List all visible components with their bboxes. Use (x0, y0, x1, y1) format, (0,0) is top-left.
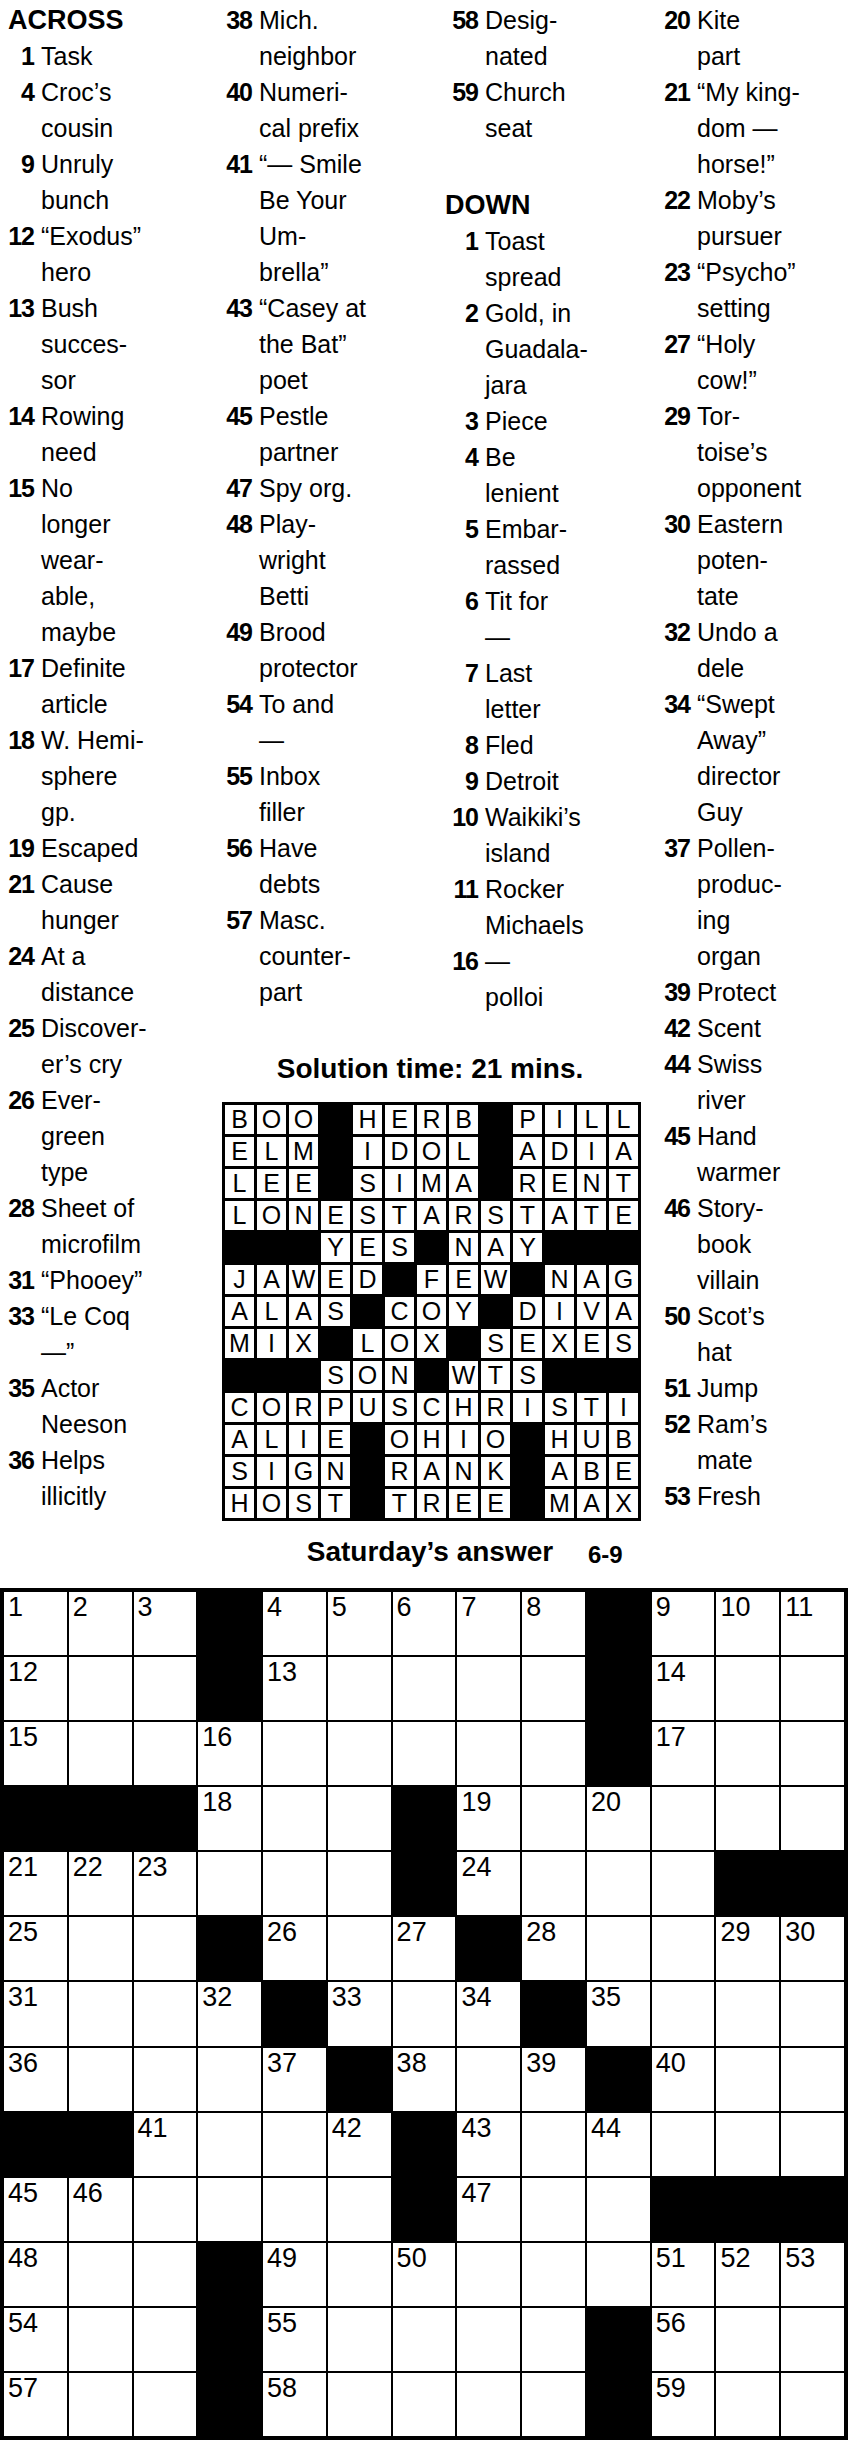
clue-9: 9Detroit (444, 763, 654, 799)
puzzle-cell[interactable] (263, 2178, 326, 2241)
clue-29: 29Tor- toise’s opponent (656, 398, 848, 506)
puzzle-cell[interactable] (716, 2308, 779, 2371)
puzzle-cell[interactable] (587, 1852, 650, 1915)
puzzle-cell[interactable] (198, 2113, 261, 2176)
solution-letter-cell: N (449, 1233, 478, 1262)
solution-letter-cell: S (225, 1457, 254, 1486)
puzzle-cell[interactable]: 44 (587, 2113, 650, 2176)
solution-letter-cell: L (257, 1297, 286, 1326)
puzzle-cell[interactable] (69, 1722, 132, 1785)
puzzle-cell[interactable]: 48 (4, 2243, 67, 2306)
puzzle-cell[interactable] (522, 1722, 585, 1785)
puzzle-cell[interactable] (716, 1982, 779, 2045)
clue-text: Sheet of microfilm (41, 1190, 141, 1262)
puzzle-cell[interactable] (652, 1982, 715, 2045)
clue-45: 45Hand warmer (656, 1118, 848, 1190)
cell-number: 7 (461, 1593, 476, 1622)
clue-text: Swiss river (697, 1046, 762, 1118)
clue-number: 26 (0, 1082, 41, 1190)
cell-number: 34 (461, 1983, 491, 2012)
clue-text: Pestle partner (259, 398, 338, 470)
puzzle-cell[interactable] (328, 1657, 391, 1720)
puzzle-cell[interactable] (198, 2178, 261, 2241)
solution-letter-cell: O (385, 1329, 414, 1358)
solution-black-cell (577, 1233, 606, 1262)
cell-number: 45 (8, 2179, 38, 2208)
clue-number: 36 (0, 1442, 41, 1514)
solution-letter-cell: D (545, 1137, 574, 1166)
puzzle-cell[interactable] (781, 2048, 844, 2111)
puzzle-cell[interactable]: 34 (457, 1982, 520, 2045)
puzzle-cell[interactable]: 52 (716, 2243, 779, 2306)
puzzle-cell[interactable]: 42 (328, 2113, 391, 2176)
puzzle-cell[interactable] (781, 1657, 844, 1720)
puzzle-black-cell (522, 1982, 585, 2045)
puzzle-cell[interactable] (134, 1722, 197, 1785)
puzzle-cell[interactable] (328, 1722, 391, 1785)
puzzle-cell[interactable]: 15 (4, 1722, 67, 1785)
puzzle-cell[interactable]: 25 (4, 1917, 67, 1980)
solution-black-cell (481, 1137, 510, 1166)
puzzle-cell[interactable] (522, 2178, 585, 2241)
solution-letter-cell: T (577, 1201, 606, 1230)
solution-letter-cell: O (289, 1105, 318, 1134)
clue-text: Tor- toise’s opponent (697, 398, 801, 506)
puzzle-cell[interactable] (522, 1852, 585, 1915)
puzzle-cell[interactable]: 9 (652, 1592, 715, 1655)
solution-black-cell (289, 1233, 318, 1262)
solution-letter-cell: N (577, 1169, 606, 1198)
puzzle-cell[interactable] (652, 2113, 715, 2176)
puzzle-cell[interactable] (457, 1657, 520, 1720)
puzzle-cell[interactable] (781, 1982, 844, 2045)
solution-letter-cell: X (609, 1489, 638, 1518)
clue-33: 33“Le Coq —” (0, 1298, 216, 1370)
clue-number: 32 (656, 614, 697, 686)
solution-letter-cell: I (545, 1105, 574, 1134)
clue-45: 45Pestle partner (218, 398, 438, 470)
puzzle-cell[interactable]: 20 (587, 1787, 650, 1850)
clue-number: 3 (444, 403, 485, 439)
puzzle-cell[interactable]: 54 (4, 2308, 67, 2371)
cell-number: 24 (461, 1853, 491, 1882)
puzzle-cell[interactable] (263, 2113, 326, 2176)
clue-text: Undo a dele (697, 614, 778, 686)
puzzle-cell[interactable]: 57 (4, 2373, 67, 2436)
puzzle-cell[interactable] (263, 1722, 326, 1785)
puzzle-cell[interactable]: 27 (393, 1917, 456, 1980)
clue-text: “Psycho” setting (697, 254, 796, 326)
puzzle-cell[interactable] (716, 2113, 779, 2176)
puzzle-cell[interactable] (69, 2308, 132, 2371)
puzzle-black-cell (198, 2308, 261, 2371)
solution-letter-cell: T (321, 1489, 350, 1518)
solution-letter-cell: L (225, 1201, 254, 1230)
puzzle-cell[interactable]: 23 (134, 1852, 197, 1915)
clue-number: 9 (0, 146, 41, 218)
puzzle-cell[interactable]: 11 (781, 1592, 844, 1655)
clue-number: 9 (444, 763, 485, 799)
clue-text: Tit for — (485, 583, 548, 655)
solution-letter-cell: E (481, 1489, 510, 1518)
puzzle-cell[interactable]: 12 (4, 1657, 67, 1720)
solution-black-cell (353, 1457, 382, 1486)
puzzle-cell[interactable] (198, 1852, 261, 1915)
puzzle-cell[interactable] (457, 2373, 520, 2436)
puzzle-cell[interactable] (781, 2373, 844, 2436)
clue-text: Piece (485, 403, 548, 439)
solution-letter-cell: O (353, 1361, 382, 1390)
clue-text: Scent (697, 1010, 761, 1046)
solution-letter-cell: I (257, 1457, 286, 1486)
puzzle-cell[interactable]: 10 (716, 1592, 779, 1655)
puzzle-cell[interactable]: 58 (263, 2373, 326, 2436)
puzzle-cell[interactable] (134, 1982, 197, 2045)
clue-number: 8 (444, 727, 485, 763)
puzzle-cell[interactable] (393, 1982, 456, 2045)
puzzle-cell[interactable]: 17 (652, 1722, 715, 1785)
solution-letter-cell: R (417, 1105, 446, 1134)
cell-number: 49 (267, 2244, 297, 2273)
puzzle-cell[interactable] (328, 2373, 391, 2436)
clue-59: 59Church seat (444, 74, 654, 146)
solution-letter-cell: H (225, 1489, 254, 1518)
clue-number: 4 (0, 74, 41, 146)
puzzle-cell[interactable] (716, 1787, 779, 1850)
puzzle-cell[interactable]: 26 (263, 1917, 326, 1980)
puzzle-cell[interactable]: 4 (263, 1592, 326, 1655)
clue-19: 19Escaped (0, 830, 216, 866)
clue-46: 46Story- book villain (656, 1190, 848, 1298)
clue-number: 13 (0, 290, 41, 398)
puzzle-cell[interactable] (69, 2048, 132, 2111)
puzzle-cell[interactable] (716, 1657, 779, 1720)
clue-number: 18 (0, 722, 41, 830)
solution-black-cell (321, 1105, 350, 1134)
solution-letter-cell: A (225, 1297, 254, 1326)
solution-black-cell (513, 1489, 542, 1518)
clue-37: 37Pollen- produc- ing organ (656, 830, 848, 974)
solution-letter-cell: I (353, 1137, 382, 1166)
puzzle-cell[interactable] (587, 2178, 650, 2241)
puzzle-cell[interactable] (263, 1852, 326, 1915)
clue-text: Cause hunger (41, 866, 119, 938)
puzzle-cell[interactable] (328, 2243, 391, 2306)
solution-black-cell (513, 1457, 542, 1486)
puzzle-cell[interactable]: 41 (134, 2113, 197, 2176)
puzzle-cell[interactable] (522, 1787, 585, 1850)
puzzle-cell[interactable] (522, 2113, 585, 2176)
clue-text: Rocker Michaels (485, 871, 584, 943)
solution-letter-cell: S (353, 1201, 382, 1230)
puzzle-cell[interactable]: 3 (134, 1592, 197, 1655)
clue-text: Last letter (485, 655, 541, 727)
solution-letter-cell: O (481, 1425, 510, 1454)
puzzle-cell[interactable] (134, 1657, 197, 1720)
solution-letter-cell: W (449, 1361, 478, 1390)
puzzle-cell[interactable]: 36 (4, 2048, 67, 2111)
solution-letter-cell: H (353, 1105, 382, 1134)
solution-letter-cell: S (385, 1393, 414, 1422)
puzzle-cell[interactable] (134, 2048, 197, 2111)
solution-black-cell (609, 1361, 638, 1390)
cell-number: 20 (591, 1788, 621, 1817)
clue-text: Rowing need (41, 398, 124, 470)
puzzle-cell[interactable]: 5 (328, 1592, 391, 1655)
cell-number: 50 (397, 2244, 427, 2273)
clue-21: 21Cause hunger (0, 866, 216, 938)
solution-letter-cell: A (289, 1297, 318, 1326)
cell-number: 9 (656, 1593, 671, 1622)
puzzle-cell[interactable] (457, 1722, 520, 1785)
puzzle-cell[interactable]: 38 (393, 2048, 456, 2111)
puzzle-black-cell (69, 2113, 132, 2176)
cell-number: 25 (8, 1918, 38, 1947)
puzzle-cell[interactable]: 18 (198, 1787, 261, 1850)
clue-text: Escaped (41, 830, 138, 866)
puzzle-cell[interactable]: 30 (781, 1917, 844, 1980)
clue-text: Definite article (41, 650, 126, 722)
puzzle-cell[interactable] (134, 2243, 197, 2306)
puzzle-cell[interactable]: 22 (69, 1852, 132, 1915)
puzzle-cell[interactable] (69, 1982, 132, 2045)
puzzle-cell[interactable] (69, 2243, 132, 2306)
solution-black-cell (321, 1137, 350, 1166)
puzzle-black-cell (587, 2373, 650, 2436)
clue-number: 21 (0, 866, 41, 938)
puzzle-cell[interactable] (134, 1917, 197, 1980)
puzzle-cell[interactable] (393, 2308, 456, 2371)
puzzle-cell[interactable]: 43 (457, 2113, 520, 2176)
cell-number: 53 (785, 2244, 815, 2273)
puzzle-cell[interactable]: 16 (198, 1722, 261, 1785)
puzzle-cell[interactable] (457, 2243, 520, 2306)
cell-number: 52 (720, 2244, 750, 2273)
clue-number: 54 (218, 686, 259, 758)
puzzle-cell[interactable] (522, 2373, 585, 2436)
puzzle-cell[interactable] (522, 2308, 585, 2371)
puzzle-cell[interactable] (652, 1917, 715, 1980)
cell-number: 18 (202, 1788, 232, 1817)
clue-text: Eastern poten- tate (697, 506, 783, 614)
puzzle-cell[interactable] (652, 1852, 715, 1915)
clue-column-across-2: 38Mich. neighbor40Numeri- cal prefix41“—… (218, 2, 438, 1010)
puzzle-cell[interactable] (716, 2373, 779, 2436)
puzzle-cell[interactable] (522, 1657, 585, 1720)
cell-number: 26 (267, 1918, 297, 1947)
puzzle-cell[interactable]: 13 (263, 1657, 326, 1720)
solution-letter-cell: N (321, 1457, 350, 1486)
clue-text: Moby’s pursuer (697, 182, 782, 254)
puzzle-cell[interactable] (134, 2308, 197, 2371)
puzzle-cell[interactable] (328, 2308, 391, 2371)
down-header: DOWN (444, 187, 654, 223)
solution-letter-cell: M (289, 1137, 318, 1166)
puzzle-cell[interactable] (328, 1787, 391, 1850)
cell-number: 56 (656, 2309, 686, 2338)
puzzle-cell[interactable] (457, 2308, 520, 2371)
clue-49: 49Brood protector (218, 614, 438, 686)
puzzle-cell[interactable]: 56 (652, 2308, 715, 2371)
puzzle-cell[interactable]: 32 (198, 1982, 261, 2045)
clue-column-down-2: 20Kite part21“My king- dom — horse!”22Mo… (656, 2, 848, 1514)
cell-number: 12 (8, 1658, 38, 1687)
puzzle-cell[interactable]: 47 (457, 2178, 520, 2241)
solution-black-cell (353, 1297, 382, 1326)
puzzle-cell[interactable] (69, 2373, 132, 2436)
puzzle-cell[interactable] (716, 2048, 779, 2111)
solution-letter-cell: A (225, 1425, 254, 1454)
puzzle-cell[interactable]: 8 (522, 1592, 585, 1655)
puzzle-black-cell (69, 1787, 132, 1850)
solution-letter-cell: W (289, 1265, 318, 1294)
puzzle-black-cell (587, 2308, 650, 2371)
puzzle-cell[interactable]: 53 (781, 2243, 844, 2306)
clue-40: 40Numeri- cal prefix (218, 74, 438, 146)
puzzle-cell[interactable] (393, 2373, 456, 2436)
puzzle-cell[interactable]: 35 (587, 1982, 650, 2045)
solution-letter-cell: N (545, 1265, 574, 1294)
crossword-page: ACROSS1Task4Croc’s cousin9Unruly bunch12… (0, 0, 848, 2440)
solution-letter-cell: K (481, 1457, 510, 1486)
puzzle-cell[interactable]: 14 (652, 1657, 715, 1720)
solution-letter-cell: E (257, 1169, 286, 1198)
puzzle-cell[interactable]: 50 (393, 2243, 456, 2306)
puzzle-cell[interactable]: 6 (393, 1592, 456, 1655)
puzzle-cell[interactable]: 51 (652, 2243, 715, 2306)
solution-black-cell (353, 1425, 382, 1454)
cell-number: 28 (526, 1918, 556, 1947)
puzzle-cell[interactable]: 46 (69, 2178, 132, 2241)
puzzle-cell[interactable] (393, 1722, 456, 1785)
solution-letter-cell: H (545, 1425, 574, 1454)
puzzle-cell[interactable] (328, 1917, 391, 1980)
puzzle-cell[interactable] (134, 2178, 197, 2241)
solution-letter-cell: I (385, 1169, 414, 1198)
puzzle-black-cell (198, 2373, 261, 2436)
clue-text: Detroit (485, 763, 559, 799)
cell-number: 42 (332, 2114, 362, 2143)
puzzle-cell[interactable]: 1 (4, 1592, 67, 1655)
clue-text: “Swept Away” director Guy (697, 686, 780, 830)
solution-letter-cell: H (449, 1393, 478, 1422)
puzzle-cell[interactable] (522, 2243, 585, 2306)
cell-number: 54 (8, 2309, 38, 2338)
puzzle-cell[interactable] (393, 1657, 456, 1720)
puzzle-black-cell (587, 2048, 650, 2111)
clue-number: 41 (218, 146, 259, 290)
clue-9: 9Unruly bunch (0, 146, 216, 218)
puzzle-grid: 1234567891011121314151617181920212223242… (0, 1588, 848, 2440)
clue-text: Task (41, 38, 92, 74)
clue-8: 8Fled (444, 727, 654, 763)
puzzle-cell[interactable]: 37 (263, 2048, 326, 2111)
solution-letter-cell: M (225, 1329, 254, 1358)
puzzle-cell[interactable] (587, 2243, 650, 2306)
cell-number: 58 (267, 2374, 297, 2403)
puzzle-cell[interactable] (716, 1722, 779, 1785)
clue-text: Masc. counter- part (259, 902, 351, 1010)
cell-number: 39 (526, 2049, 556, 2078)
puzzle-cell[interactable]: 59 (652, 2373, 715, 2436)
clue-text: Desig- nated (485, 2, 557, 74)
solution-black-cell (257, 1361, 286, 1390)
clue-number: 15 (0, 470, 41, 650)
puzzle-cell[interactable] (134, 2373, 197, 2436)
cell-number: 3 (138, 1593, 153, 1622)
solution-letter-cell: X (417, 1329, 446, 1358)
puzzle-cell[interactable] (457, 2048, 520, 2111)
puzzle-cell[interactable] (198, 2048, 261, 2111)
puzzle-cell[interactable]: 31 (4, 1982, 67, 2045)
clue-50: 50Scot’s hat (656, 1298, 848, 1370)
puzzle-cell[interactable]: 49 (263, 2243, 326, 2306)
puzzle-black-cell (198, 1592, 261, 1655)
puzzle-cell[interactable]: 21 (4, 1852, 67, 1915)
solution-black-cell (513, 1425, 542, 1454)
puzzle-cell[interactable] (69, 1657, 132, 1720)
solution-letter-cell: A (545, 1457, 574, 1486)
puzzle-cell[interactable]: 33 (328, 1982, 391, 2045)
cell-number: 11 (785, 1593, 813, 1622)
puzzle-cell[interactable]: 40 (652, 2048, 715, 2111)
puzzle-cell[interactable] (652, 1787, 715, 1850)
puzzle-cell[interactable]: 39 (522, 2048, 585, 2111)
cell-number: 6 (397, 1593, 412, 1622)
solution-letter-cell: D (513, 1297, 542, 1326)
clue-number: 59 (444, 74, 485, 146)
puzzle-black-cell (198, 1917, 261, 1980)
cell-number: 16 (202, 1723, 232, 1752)
puzzle-cell[interactable] (781, 1722, 844, 1785)
puzzle-cell[interactable]: 19 (457, 1787, 520, 1850)
puzzle-cell[interactable] (263, 1787, 326, 1850)
puzzle-cell[interactable]: 29 (716, 1917, 779, 1980)
puzzle-cell[interactable] (587, 1917, 650, 1980)
cell-number: 47 (461, 2179, 491, 2208)
puzzle-cell[interactable] (781, 2113, 844, 2176)
puzzle-cell[interactable]: 2 (69, 1592, 132, 1655)
clue-7: 7Last letter (444, 655, 654, 727)
clue-57: 57Masc. counter- part (218, 902, 438, 1010)
puzzle-cell[interactable] (69, 1917, 132, 1980)
solution-letter-cell: B (577, 1457, 606, 1486)
puzzle-cell[interactable]: 7 (457, 1592, 520, 1655)
clue-number: 40 (218, 74, 259, 146)
puzzle-cell[interactable]: 55 (263, 2308, 326, 2371)
puzzle-black-cell (4, 2113, 67, 2176)
clue-text: Scot’s hat (697, 1298, 765, 1370)
clue-number: 30 (656, 506, 697, 614)
puzzle-cell[interactable] (781, 2308, 844, 2371)
clue-51: 51Jump (656, 1370, 848, 1406)
puzzle-black-cell (4, 1787, 67, 1850)
puzzle-cell[interactable] (781, 1787, 844, 1850)
puzzle-cell[interactable] (328, 1852, 391, 1915)
puzzle-cell[interactable]: 45 (4, 2178, 67, 2241)
solution-letter-cell: L (225, 1169, 254, 1198)
answer-date: 6-9 (588, 1541, 623, 1569)
solution-letter-cell: N (449, 1457, 478, 1486)
puzzle-cell[interactable]: 28 (522, 1917, 585, 1980)
puzzle-black-cell (198, 1657, 261, 1720)
puzzle-cell[interactable]: 24 (457, 1852, 520, 1915)
clue-42: 42Scent (656, 1010, 848, 1046)
clue-number: 5 (444, 511, 485, 583)
clue-text: Toast spread (485, 223, 561, 295)
clue-48: 48Play- wright Betti (218, 506, 438, 614)
puzzle-cell[interactable] (328, 2178, 391, 2241)
